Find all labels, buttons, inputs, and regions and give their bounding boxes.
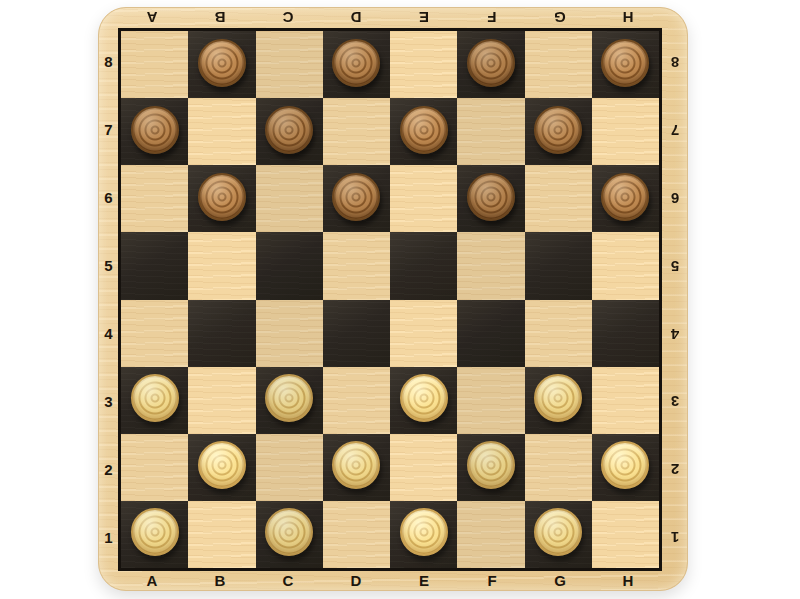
square-B5[interactable] bbox=[188, 232, 255, 299]
square-A1[interactable] bbox=[121, 501, 188, 568]
square-A8[interactable] bbox=[121, 31, 188, 98]
light-checker-F2[interactable] bbox=[467, 441, 515, 489]
square-E4[interactable] bbox=[390, 300, 457, 367]
brown-checker-F6[interactable] bbox=[467, 173, 515, 221]
square-G6[interactable] bbox=[525, 165, 592, 232]
file-label-top-C: C bbox=[254, 9, 322, 26]
square-C7[interactable] bbox=[256, 98, 323, 165]
file-label-top-H: H bbox=[594, 9, 662, 26]
photo-background: ABCDEFGH ABCDEFGH 87654321 87654321 bbox=[0, 0, 800, 599]
file-label-bottom-E: E bbox=[390, 572, 458, 589]
light-checker-B2[interactable] bbox=[198, 441, 246, 489]
brown-checker-B8[interactable] bbox=[198, 39, 246, 87]
square-D7[interactable] bbox=[323, 98, 390, 165]
square-C6[interactable] bbox=[256, 165, 323, 232]
square-D8[interactable] bbox=[323, 31, 390, 98]
brown-checker-B6[interactable] bbox=[198, 173, 246, 221]
square-G2[interactable] bbox=[525, 434, 592, 501]
light-checker-A3[interactable] bbox=[131, 374, 179, 422]
square-A4[interactable] bbox=[121, 300, 188, 367]
brown-checker-G7[interactable] bbox=[534, 106, 582, 154]
board-frame bbox=[118, 28, 662, 571]
square-B1[interactable] bbox=[188, 501, 255, 568]
square-D1[interactable] bbox=[323, 501, 390, 568]
square-G3[interactable] bbox=[525, 367, 592, 434]
square-E7[interactable] bbox=[390, 98, 457, 165]
square-D2[interactable] bbox=[323, 434, 390, 501]
square-F2[interactable] bbox=[457, 434, 524, 501]
square-E3[interactable] bbox=[390, 367, 457, 434]
brown-checker-D8[interactable] bbox=[332, 39, 380, 87]
square-C4[interactable] bbox=[256, 300, 323, 367]
file-label-bottom-B: B bbox=[186, 572, 254, 589]
square-C5[interactable] bbox=[256, 232, 323, 299]
square-F3[interactable] bbox=[457, 367, 524, 434]
rank-label-left-3: 3 bbox=[99, 367, 118, 435]
rank-label-left-7: 7 bbox=[99, 96, 118, 164]
square-E6[interactable] bbox=[390, 165, 457, 232]
rank-label-right-4: 4 bbox=[664, 300, 686, 368]
square-F5[interactable] bbox=[457, 232, 524, 299]
square-A7[interactable] bbox=[121, 98, 188, 165]
rank-label-left-1: 1 bbox=[99, 503, 118, 571]
brown-checker-H6[interactable] bbox=[601, 173, 649, 221]
square-G4[interactable] bbox=[525, 300, 592, 367]
square-H5[interactable] bbox=[592, 232, 659, 299]
square-F6[interactable] bbox=[457, 165, 524, 232]
rank-label-left-4: 4 bbox=[99, 300, 118, 368]
square-H7[interactable] bbox=[592, 98, 659, 165]
rank-label-left-2: 2 bbox=[99, 435, 118, 503]
brown-checker-F8[interactable] bbox=[467, 39, 515, 87]
rank-label-right-8: 8 bbox=[664, 28, 686, 96]
rank-label-right-6: 6 bbox=[664, 164, 686, 232]
square-H4[interactable] bbox=[592, 300, 659, 367]
square-B2[interactable] bbox=[188, 434, 255, 501]
file-label-top-F: F bbox=[458, 9, 526, 26]
light-checker-D2[interactable] bbox=[332, 441, 380, 489]
brown-checker-D6[interactable] bbox=[332, 173, 380, 221]
square-F8[interactable] bbox=[457, 31, 524, 98]
file-label-bottom-H: H bbox=[594, 572, 662, 589]
square-C3[interactable] bbox=[256, 367, 323, 434]
rank-label-right-5: 5 bbox=[664, 232, 686, 300]
square-E1[interactable] bbox=[390, 501, 457, 568]
square-A2[interactable] bbox=[121, 434, 188, 501]
square-H1[interactable] bbox=[592, 501, 659, 568]
square-B3[interactable] bbox=[188, 367, 255, 434]
board-grid bbox=[121, 31, 659, 568]
square-F4[interactable] bbox=[457, 300, 524, 367]
brown-checker-A7[interactable] bbox=[131, 106, 179, 154]
square-H2[interactable] bbox=[592, 434, 659, 501]
square-E2[interactable] bbox=[390, 434, 457, 501]
brown-checker-E7[interactable] bbox=[400, 106, 448, 154]
rank-label-left-8: 8 bbox=[99, 28, 118, 96]
square-E5[interactable] bbox=[390, 232, 457, 299]
file-label-bottom-C: C bbox=[254, 572, 322, 589]
square-B4[interactable] bbox=[188, 300, 255, 367]
square-B6[interactable] bbox=[188, 165, 255, 232]
square-G1[interactable] bbox=[525, 501, 592, 568]
file-label-bottom-G: G bbox=[526, 572, 594, 589]
square-F7[interactable] bbox=[457, 98, 524, 165]
square-G5[interactable] bbox=[525, 232, 592, 299]
rank-label-left-5: 5 bbox=[99, 232, 118, 300]
square-D6[interactable] bbox=[323, 165, 390, 232]
square-D4[interactable] bbox=[323, 300, 390, 367]
square-A5[interactable] bbox=[121, 232, 188, 299]
file-label-bottom-D: D bbox=[322, 572, 390, 589]
light-checker-E3[interactable] bbox=[400, 374, 448, 422]
file-label-top-B: B bbox=[186, 9, 254, 26]
square-C1[interactable] bbox=[256, 501, 323, 568]
square-E8[interactable] bbox=[390, 31, 457, 98]
square-B7[interactable] bbox=[188, 98, 255, 165]
rank-label-right-1: 1 bbox=[664, 503, 686, 571]
square-D3[interactable] bbox=[323, 367, 390, 434]
light-checker-A1[interactable] bbox=[131, 508, 179, 556]
file-label-bottom-F: F bbox=[458, 572, 526, 589]
brown-checker-H8[interactable] bbox=[601, 39, 649, 87]
square-G7[interactable] bbox=[525, 98, 592, 165]
square-H3[interactable] bbox=[592, 367, 659, 434]
rank-labels-right: 87654321 bbox=[664, 28, 686, 571]
file-labels-bottom: ABCDEFGH bbox=[118, 572, 662, 589]
file-label-top-E: E bbox=[390, 9, 458, 26]
brown-checker-C7[interactable] bbox=[265, 106, 313, 154]
checkers-board: ABCDEFGH ABCDEFGH 87654321 87654321 bbox=[98, 7, 688, 591]
file-label-top-A: A bbox=[118, 9, 186, 26]
rank-label-right-2: 2 bbox=[664, 435, 686, 503]
light-checker-G3[interactable] bbox=[534, 374, 582, 422]
rank-labels-left: 87654321 bbox=[99, 28, 118, 571]
square-G8[interactable] bbox=[525, 31, 592, 98]
square-C2[interactable] bbox=[256, 434, 323, 501]
square-A3[interactable] bbox=[121, 367, 188, 434]
square-H8[interactable] bbox=[592, 31, 659, 98]
file-label-bottom-A: A bbox=[118, 572, 186, 589]
rank-label-right-7: 7 bbox=[664, 96, 686, 164]
file-label-top-G: G bbox=[526, 9, 594, 26]
rank-label-left-6: 6 bbox=[99, 164, 118, 232]
light-checker-H2[interactable] bbox=[601, 441, 649, 489]
square-A6[interactable] bbox=[121, 165, 188, 232]
file-labels-top: ABCDEFGH bbox=[118, 9, 662, 26]
square-D5[interactable] bbox=[323, 232, 390, 299]
light-checker-G1[interactable] bbox=[534, 508, 582, 556]
file-label-top-D: D bbox=[322, 9, 390, 26]
square-F1[interactable] bbox=[457, 501, 524, 568]
rank-label-right-3: 3 bbox=[664, 367, 686, 435]
light-checker-C1[interactable] bbox=[265, 508, 313, 556]
square-H6[interactable] bbox=[592, 165, 659, 232]
light-checker-E1[interactable] bbox=[400, 508, 448, 556]
light-checker-C3[interactable] bbox=[265, 374, 313, 422]
square-C8[interactable] bbox=[256, 31, 323, 98]
square-B8[interactable] bbox=[188, 31, 255, 98]
